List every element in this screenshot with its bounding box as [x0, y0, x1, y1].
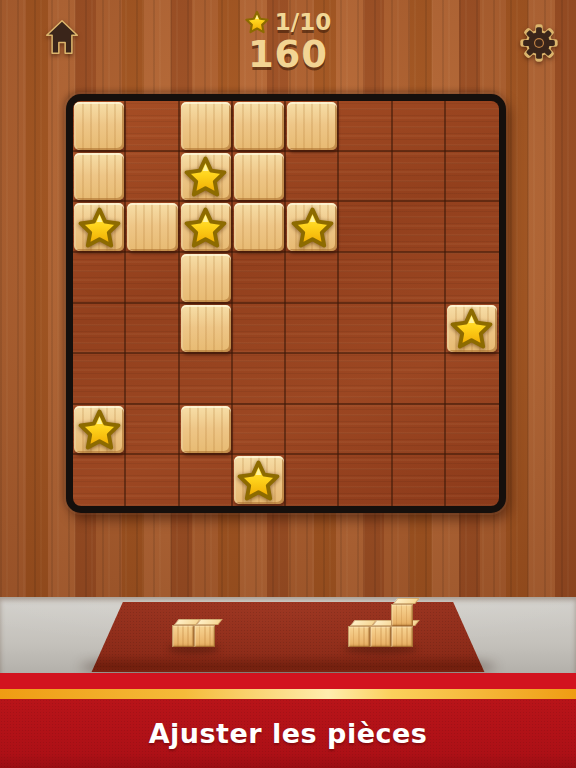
wood-cube [348, 626, 370, 648]
wood-cube [391, 626, 413, 648]
cell-r5c6[interactable] [339, 304, 392, 355]
wood-block [74, 102, 124, 150]
cell-r1c1[interactable] [73, 101, 126, 152]
wood-block [181, 203, 231, 251]
star-icon [245, 10, 269, 34]
cell-r1c6[interactable] [339, 101, 392, 152]
star-icon [184, 155, 227, 198]
cell-r3c6[interactable] [339, 202, 392, 253]
wood-block [181, 102, 231, 150]
cell-r8c5[interactable] [286, 455, 339, 506]
wood-block [234, 102, 284, 150]
cell-r3c7[interactable] [393, 202, 446, 253]
cell-r4c7[interactable] [393, 253, 446, 304]
cell-r2c4[interactable] [233, 152, 286, 203]
cell-r4c1[interactable] [73, 253, 126, 304]
cell-r4c3[interactable] [180, 253, 233, 304]
cell-r1c2[interactable] [126, 101, 179, 152]
star-progress: 1/10 [0, 9, 576, 35]
star-icon [78, 206, 121, 249]
cell-r4c2[interactable] [126, 253, 179, 304]
star-progress-label: 1/10 [275, 9, 331, 35]
wood-cube [194, 625, 216, 647]
wood-cube [370, 626, 392, 648]
score-label: 160 [0, 33, 576, 76]
pieces-tray-mat [90, 602, 486, 672]
cell-r6c2[interactable] [126, 354, 179, 405]
cell-r6c5[interactable] [286, 354, 339, 405]
cell-r2c1[interactable] [73, 152, 126, 203]
cell-r8c3[interactable] [180, 455, 233, 506]
cell-r6c7[interactable] [393, 354, 446, 405]
cell-r1c4[interactable] [233, 101, 286, 152]
cell-r7c2[interactable] [126, 405, 179, 456]
wood-block [181, 305, 231, 353]
cell-r5c1[interactable] [73, 304, 126, 355]
cell-r7c4[interactable] [233, 405, 286, 456]
cell-r1c3[interactable] [180, 101, 233, 152]
cell-r4c8[interactable] [446, 253, 499, 304]
tray-piece-j-tetromino[interactable] [348, 604, 413, 647]
cell-r2c3[interactable] [180, 152, 233, 203]
cell-r8c4[interactable] [233, 455, 286, 506]
cell-r7c1[interactable] [73, 405, 126, 456]
cell-r1c7[interactable] [393, 101, 446, 152]
cell-r4c6[interactable] [339, 253, 392, 304]
board-frame [66, 94, 506, 513]
cell-r1c8[interactable] [446, 101, 499, 152]
cell-r2c6[interactable] [339, 152, 392, 203]
bottom-banner: Ajuster les pièces [0, 673, 576, 768]
wood-block [181, 406, 231, 454]
cell-r6c4[interactable] [233, 354, 286, 405]
star-icon [78, 408, 121, 451]
cell-r8c8[interactable] [446, 455, 499, 506]
cell-r6c1[interactable] [73, 354, 126, 405]
cell-r5c5[interactable] [286, 304, 339, 355]
wood-block [181, 254, 231, 302]
wood-block [74, 406, 124, 454]
cell-r8c1[interactable] [73, 455, 126, 506]
cell-r7c3[interactable] [180, 405, 233, 456]
cell-r2c7[interactable] [393, 152, 446, 203]
wood-block [74, 153, 124, 201]
banner-gold-stripe [0, 689, 576, 699]
banner-main: Ajuster les pièces [0, 699, 576, 768]
cell-r5c8[interactable] [446, 304, 499, 355]
gear-icon [519, 22, 559, 64]
cell-r8c7[interactable] [393, 455, 446, 506]
wood-block [234, 153, 284, 201]
cell-r7c6[interactable] [339, 405, 392, 456]
star-icon [184, 206, 227, 249]
cell-r6c3[interactable] [180, 354, 233, 405]
star-icon [450, 307, 493, 350]
settings-button[interactable] [519, 22, 559, 64]
app-root: 1/10 160 [0, 0, 576, 768]
cell-r2c2[interactable] [126, 152, 179, 203]
cell-r5c3[interactable] [180, 304, 233, 355]
wood-cube [172, 625, 194, 647]
cell-r5c2[interactable] [126, 304, 179, 355]
wood-block [74, 203, 124, 251]
cell-r7c5[interactable] [286, 405, 339, 456]
star-icon [291, 206, 334, 249]
cell-r5c4[interactable] [233, 304, 286, 355]
cell-r6c8[interactable] [446, 354, 499, 405]
cell-r8c6[interactable] [339, 455, 392, 506]
wood-block [447, 305, 497, 353]
cell-r2c8[interactable] [446, 152, 499, 203]
wood-block [287, 102, 337, 150]
cell-r3c5[interactable] [286, 202, 339, 253]
cell-r4c4[interactable] [233, 253, 286, 304]
tray-piece-domino[interactable] [172, 625, 215, 647]
banner-red-strip [0, 673, 576, 689]
wood-block [287, 203, 337, 251]
cell-r8c2[interactable] [126, 455, 179, 506]
star-icon [237, 459, 280, 502]
cell-r5c7[interactable] [393, 304, 446, 355]
cell-r3c1[interactable] [73, 202, 126, 253]
banner-text: Ajuster les pièces [149, 718, 428, 749]
wood-block [181, 153, 231, 201]
cell-r3c2[interactable] [126, 202, 179, 253]
wood-block [234, 456, 284, 504]
cell-r2c5[interactable] [286, 152, 339, 203]
cell-r3c8[interactable] [446, 202, 499, 253]
cell-r1c5[interactable] [286, 101, 339, 152]
cell-r4c5[interactable] [286, 253, 339, 304]
cell-r3c4[interactable] [233, 202, 286, 253]
wood-cube [391, 604, 413, 626]
cell-r7c8[interactable] [446, 405, 499, 456]
wood-block [234, 203, 284, 251]
cell-r7c7[interactable] [393, 405, 446, 456]
wood-block [127, 203, 177, 251]
cell-r3c3[interactable] [180, 202, 233, 253]
puzzle-board[interactable] [73, 101, 499, 506]
cell-r6c6[interactable] [339, 354, 392, 405]
